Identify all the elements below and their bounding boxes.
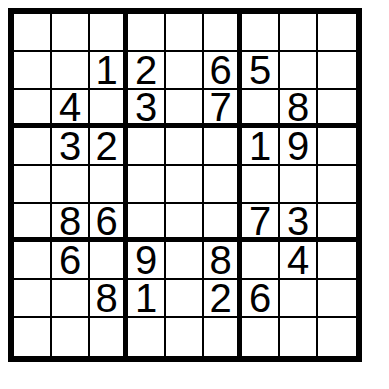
- cell-r3c4[interactable]: 3: [128, 90, 166, 128]
- cell-r6c7[interactable]: 7: [242, 204, 280, 242]
- cell-r8c3[interactable]: 8: [90, 280, 128, 318]
- cell-r6c8[interactable]: 3: [280, 204, 318, 242]
- cell-r4c5[interactable]: [166, 128, 204, 166]
- cell-r7c1[interactable]: [14, 242, 52, 280]
- cell-r3c8[interactable]: 8: [280, 90, 318, 128]
- cell-r7c9[interactable]: [318, 242, 356, 280]
- cell-r3c2[interactable]: 4: [52, 90, 90, 128]
- cell-r9c4[interactable]: [128, 318, 166, 356]
- cell-r4c9[interactable]: [318, 128, 356, 166]
- cell-r1c8[interactable]: [280, 14, 318, 52]
- cell-r6c6[interactable]: [204, 204, 242, 242]
- cell-r1c7[interactable]: [242, 14, 280, 52]
- cell-r9c6[interactable]: [204, 318, 242, 356]
- cell-r1c4[interactable]: [128, 14, 166, 52]
- cell-r8c6[interactable]: 2: [204, 280, 242, 318]
- cell-r9c1[interactable]: [14, 318, 52, 356]
- cell-r4c7[interactable]: 1: [242, 128, 280, 166]
- cell-r8c7[interactable]: 6: [242, 280, 280, 318]
- cell-r4c3[interactable]: 2: [90, 128, 128, 166]
- cell-r3c3[interactable]: [90, 90, 128, 128]
- cell-r3c7[interactable]: [242, 90, 280, 128]
- cell-r8c2[interactable]: [52, 280, 90, 318]
- cell-r1c5[interactable]: [166, 14, 204, 52]
- cell-r7c3[interactable]: [90, 242, 128, 280]
- cell-r4c4[interactable]: [128, 128, 166, 166]
- sudoku-board: 126543783219867369848126: [8, 8, 362, 362]
- cell-r2c1[interactable]: [14, 52, 52, 90]
- cell-r9c8[interactable]: [280, 318, 318, 356]
- cell-r9c3[interactable]: [90, 318, 128, 356]
- cell-r5c9[interactable]: [318, 166, 356, 204]
- cell-r6c9[interactable]: [318, 204, 356, 242]
- cell-r3c6[interactable]: 7: [204, 90, 242, 128]
- cell-r2c7[interactable]: 5: [242, 52, 280, 90]
- cell-r8c4[interactable]: 1: [128, 280, 166, 318]
- cell-r5c4[interactable]: [128, 166, 166, 204]
- cell-r9c5[interactable]: [166, 318, 204, 356]
- cell-r7c7[interactable]: [242, 242, 280, 280]
- cell-r5c5[interactable]: [166, 166, 204, 204]
- cell-r9c9[interactable]: [318, 318, 356, 356]
- cell-r2c9[interactable]: [318, 52, 356, 90]
- cell-r6c2[interactable]: 8: [52, 204, 90, 242]
- cell-r5c1[interactable]: [14, 166, 52, 204]
- cell-r3c5[interactable]: [166, 90, 204, 128]
- cell-r2c5[interactable]: [166, 52, 204, 90]
- cell-r8c9[interactable]: [318, 280, 356, 318]
- cell-r6c5[interactable]: [166, 204, 204, 242]
- cell-r7c6[interactable]: 8: [204, 242, 242, 280]
- cell-r9c2[interactable]: [52, 318, 90, 356]
- cell-r6c4[interactable]: [128, 204, 166, 242]
- cell-r1c9[interactable]: [318, 14, 356, 52]
- cell-r8c1[interactable]: [14, 280, 52, 318]
- cell-r6c3[interactable]: 6: [90, 204, 128, 242]
- cell-r1c2[interactable]: [52, 14, 90, 52]
- cell-r8c8[interactable]: [280, 280, 318, 318]
- cell-r4c1[interactable]: [14, 128, 52, 166]
- cell-r7c4[interactable]: 9: [128, 242, 166, 280]
- cell-r1c1[interactable]: [14, 14, 52, 52]
- cell-r7c2[interactable]: 6: [52, 242, 90, 280]
- cell-r2c3[interactable]: 1: [90, 52, 128, 90]
- cell-r9c7[interactable]: [242, 318, 280, 356]
- cell-r4c2[interactable]: 3: [52, 128, 90, 166]
- cell-r3c1[interactable]: [14, 90, 52, 128]
- cell-r6c1[interactable]: [14, 204, 52, 242]
- cell-r7c5[interactable]: [166, 242, 204, 280]
- cell-r8c5[interactable]: [166, 280, 204, 318]
- cell-r3c9[interactable]: [318, 90, 356, 128]
- cell-r4c8[interactable]: 9: [280, 128, 318, 166]
- cell-r7c8[interactable]: 4: [280, 242, 318, 280]
- cell-r4c6[interactable]: [204, 128, 242, 166]
- cell-r1c3[interactable]: [90, 14, 128, 52]
- cell-r1c6[interactable]: [204, 14, 242, 52]
- cell-r5c6[interactable]: [204, 166, 242, 204]
